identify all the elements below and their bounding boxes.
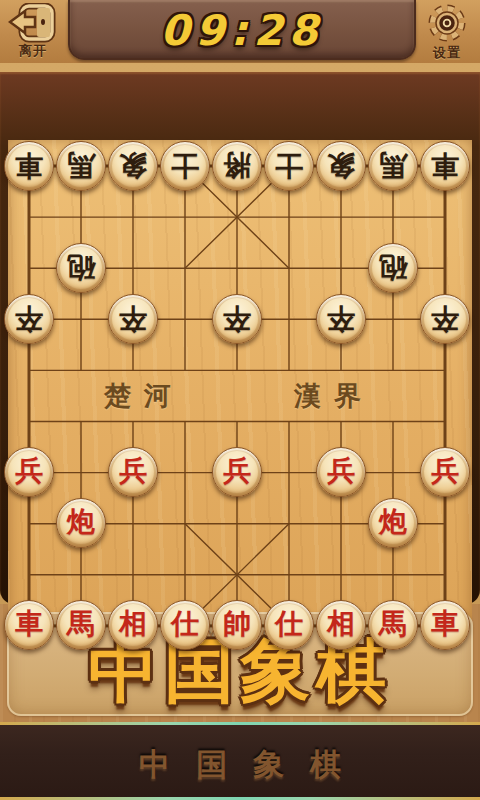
piece-glyph: 兵 bbox=[327, 457, 355, 485]
piece-glyph: 仕 bbox=[171, 610, 199, 638]
piece-red-馬[interactable]: 馬 bbox=[368, 600, 418, 650]
piece-glyph: 士 bbox=[275, 151, 303, 179]
piece-glyph: 馬 bbox=[379, 151, 407, 179]
piece-red-炮[interactable]: 炮 bbox=[368, 498, 418, 548]
piece-glyph: 相 bbox=[327, 610, 355, 638]
piece-red-兵[interactable]: 兵 bbox=[212, 447, 262, 497]
piece-black-卒[interactable]: 卒 bbox=[420, 294, 470, 344]
piece-glyph: 相 bbox=[119, 610, 147, 638]
piece-glyph: 炮 bbox=[379, 508, 407, 536]
piece-glyph: 車 bbox=[431, 610, 459, 638]
piece-glyph: 炮 bbox=[67, 508, 95, 536]
piece-red-馬[interactable]: 馬 bbox=[56, 600, 106, 650]
piece-red-兵[interactable]: 兵 bbox=[420, 447, 470, 497]
piece-glyph: 砲 bbox=[379, 253, 407, 281]
piece-glyph: 馬 bbox=[67, 610, 95, 638]
piece-glyph: 卒 bbox=[431, 304, 459, 332]
gear-icon bbox=[424, 3, 470, 45]
piece-red-仕[interactable]: 仕 bbox=[160, 600, 210, 650]
piece-red-兵[interactable]: 兵 bbox=[108, 447, 158, 497]
piece-glyph: 卒 bbox=[15, 304, 43, 332]
settings-button[interactable]: 设置 bbox=[416, 3, 478, 62]
piece-glyph: 仕 bbox=[275, 610, 303, 638]
piece-black-馬[interactable]: 馬 bbox=[56, 141, 106, 191]
piece-glyph: 兵 bbox=[15, 457, 43, 485]
top-bar: 09:28 离开 设置 bbox=[0, 0, 480, 63]
piece-glyph: 車 bbox=[431, 151, 459, 179]
piece-red-車[interactable]: 車 bbox=[420, 600, 470, 650]
exit-door-icon bbox=[8, 3, 58, 43]
exit-label: 离开 bbox=[2, 42, 64, 60]
board-grid[interactable]: 車馬象士將士象馬車砲砲卒卒卒卒卒兵兵兵兵兵炮炮車馬相仕帥仕相馬車 bbox=[3, 140, 471, 651]
piece-glyph: 象 bbox=[119, 151, 147, 179]
piece-red-兵[interactable]: 兵 bbox=[4, 447, 54, 497]
piece-glyph: 馬 bbox=[67, 151, 95, 179]
piece-glyph: 兵 bbox=[119, 457, 147, 485]
piece-glyph: 馬 bbox=[379, 610, 407, 638]
piece-red-仕[interactable]: 仕 bbox=[264, 600, 314, 650]
xiangqi-board[interactable]: 楚河 漢界 BOYAA GAME 車馬象士將士象馬車砲砲卒卒卒卒卒兵兵兵兵兵炮炮… bbox=[8, 140, 472, 651]
bottom-bar: 中国象棋 bbox=[0, 722, 480, 800]
piece-glyph: 卒 bbox=[327, 304, 355, 332]
piece-glyph: 將 bbox=[223, 151, 251, 179]
exit-button[interactable]: 离开 bbox=[2, 3, 64, 60]
piece-red-炮[interactable]: 炮 bbox=[56, 498, 106, 548]
piece-glyph: 象 bbox=[327, 151, 355, 179]
piece-red-兵[interactable]: 兵 bbox=[316, 447, 366, 497]
piece-black-象[interactable]: 象 bbox=[316, 141, 366, 191]
timer-panel: 09:28 bbox=[68, 0, 416, 60]
timer-display: 09:28 bbox=[70, 6, 414, 55]
separator-top bbox=[0, 722, 480, 725]
piece-black-車[interactable]: 車 bbox=[4, 141, 54, 191]
piece-black-砲[interactable]: 砲 bbox=[56, 243, 106, 293]
piece-glyph: 兵 bbox=[223, 457, 251, 485]
piece-glyph: 卒 bbox=[119, 304, 147, 332]
piece-black-將[interactable]: 將 bbox=[212, 141, 262, 191]
piece-black-卒[interactable]: 卒 bbox=[4, 294, 54, 344]
piece-red-相[interactable]: 相 bbox=[316, 600, 366, 650]
piece-black-士[interactable]: 士 bbox=[264, 141, 314, 191]
piece-glyph: 兵 bbox=[431, 457, 459, 485]
piece-glyph: 帥 bbox=[223, 610, 251, 638]
piece-red-相[interactable]: 相 bbox=[108, 600, 158, 650]
piece-glyph: 砲 bbox=[67, 253, 95, 281]
piece-glyph: 卒 bbox=[223, 304, 251, 332]
piece-glyph: 士 bbox=[171, 151, 199, 179]
piece-black-卒[interactable]: 卒 bbox=[316, 294, 366, 344]
piece-glyph: 車 bbox=[15, 151, 43, 179]
piece-black-象[interactable]: 象 bbox=[108, 141, 158, 191]
bottom-bar-title: 中国象棋 bbox=[0, 744, 480, 786]
piece-black-卒[interactable]: 卒 bbox=[108, 294, 158, 344]
piece-black-卒[interactable]: 卒 bbox=[212, 294, 262, 344]
piece-red-帥[interactable]: 帥 bbox=[212, 600, 262, 650]
piece-black-士[interactable]: 士 bbox=[160, 141, 210, 191]
piece-black-車[interactable]: 車 bbox=[420, 141, 470, 191]
piece-black-砲[interactable]: 砲 bbox=[368, 243, 418, 293]
settings-label: 设置 bbox=[416, 44, 478, 62]
piece-black-馬[interactable]: 馬 bbox=[368, 141, 418, 191]
board-panel: 楚河 漢界 BOYAA GAME 車馬象士將士象馬車砲砲卒卒卒卒卒兵兵兵兵兵炮炮… bbox=[0, 63, 480, 604]
piece-red-車[interactable]: 車 bbox=[4, 600, 54, 650]
piece-glyph: 車 bbox=[15, 610, 43, 638]
